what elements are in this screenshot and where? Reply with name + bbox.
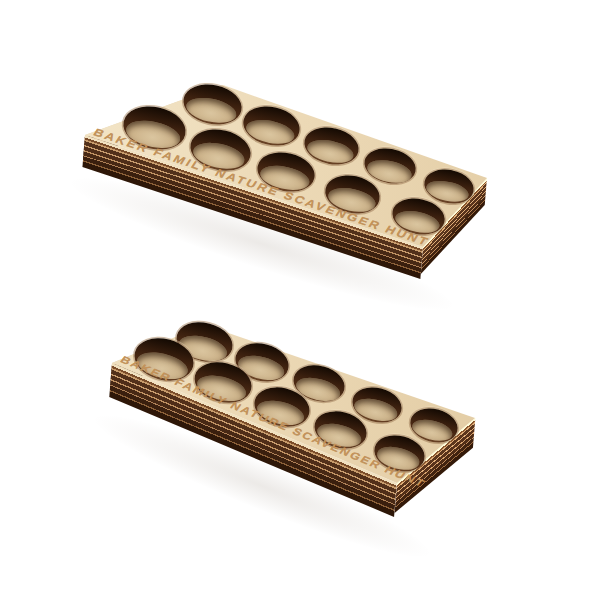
- pit-r2-c2: [190, 357, 256, 409]
- pit-r2-c3: [254, 147, 319, 196]
- tray-board-2: BAKER FAMILY NATURE SCAVENGER HUNT: [0, 0, 600, 600]
- pit-r1-c2: [231, 338, 293, 387]
- plywood-edge-right: [395, 418, 475, 513]
- pit-r2-c5: [371, 430, 429, 476]
- drop-shadow: [86, 397, 437, 575]
- tray-top-surface: [0, 0, 600, 600]
- pit-r1-c1: [172, 317, 236, 368]
- plywood-edge-front: [82, 135, 423, 279]
- pit-r2-c2: [187, 124, 254, 176]
- product-photo-stage: BAKER FAMILY NATURE SCAVENGER HUNT BAKER…: [0, 0, 600, 600]
- engraved-title: BAKER FAMILY NATURE SCAVENGER HUNT: [91, 126, 425, 246]
- pit-r1-c4: [349, 382, 406, 427]
- pit-r2-c4: [321, 171, 383, 218]
- pit-r1-c4: [361, 144, 419, 188]
- pit-r1-c5: [407, 404, 461, 447]
- drop-shadow: [64, 159, 459, 328]
- pit-r2-c4: [311, 406, 371, 454]
- plywood-edge-right: [421, 178, 487, 274]
- pit-r2-c5: [389, 194, 448, 239]
- pit-r1-c1: [179, 80, 245, 131]
- pit-r1-c3: [300, 123, 361, 170]
- pit-r2-c1: [130, 333, 198, 387]
- tray-board-1: BAKER FAMILY NATURE SCAVENGER HUNT: [0, 0, 600, 600]
- plywood-edge-left: [110, 325, 205, 389]
- pit-r1-c2: [240, 101, 303, 150]
- pit-r1-c3: [290, 360, 349, 407]
- engraved-title: BAKER FAMILY NATURE SCAVENGER HUNT: [118, 354, 407, 481]
- plywood-edge-left: [83, 85, 223, 159]
- tray-top-surface: [0, 0, 600, 600]
- pit-r2-c3: [250, 381, 313, 431]
- pit-r2-c1: [119, 101, 189, 155]
- plywood-edge-front: [109, 363, 397, 517]
- pit-r1-c5: [421, 165, 477, 207]
